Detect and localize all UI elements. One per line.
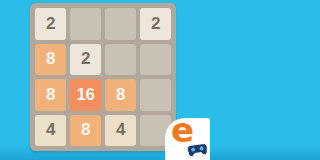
tile-4: 4 [35,115,66,147]
2048-board[interactable]: 2 2 8 2 8 16 8 4 8 4 [30,3,176,151]
tile-2: 2 [140,8,171,40]
empty-cell [140,79,171,111]
site-logo-badge[interactable]: e [165,118,210,160]
tile-8: 8 [35,44,66,76]
tile-16: 16 [70,79,101,111]
tile-8: 8 [35,79,66,111]
tile-8: 8 [105,79,136,111]
tile-2: 2 [70,44,101,76]
tile-2: 2 [35,8,66,40]
empty-cell [105,44,136,76]
empty-cell [140,44,171,76]
empty-cell [70,8,101,40]
game-controller-icon [186,142,209,159]
game-2048-screen: 2 2 8 2 8 16 8 4 8 4 e [0,0,210,160]
tile-4: 4 [105,115,136,147]
tile-8: 8 [70,115,101,147]
empty-cell [105,8,136,40]
